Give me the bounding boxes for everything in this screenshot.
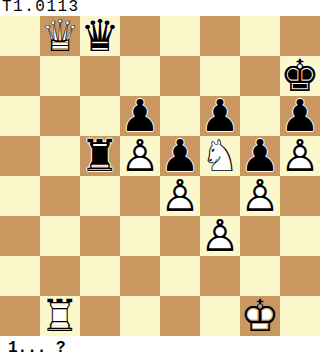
square-b1[interactable]: ♜♖ <box>40 296 80 336</box>
square-f3[interactable]: ♟♙ <box>200 216 240 256</box>
square-a8[interactable] <box>0 16 40 56</box>
square-c4[interactable] <box>80 176 120 216</box>
square-e1[interactable] <box>160 296 200 336</box>
white-king[interactable]: ♚♔ <box>240 296 280 336</box>
square-a7[interactable] <box>0 56 40 96</box>
white-pawn[interactable]: ♟♙ <box>280 136 320 176</box>
square-e8[interactable] <box>160 16 200 56</box>
black-rook[interactable]: ♜ <box>80 136 120 176</box>
square-h4[interactable] <box>280 176 320 216</box>
square-h1[interactable] <box>280 296 320 336</box>
square-a3[interactable] <box>0 216 40 256</box>
square-d4[interactable] <box>120 176 160 216</box>
white-pawn[interactable]: ♟♙ <box>160 176 200 216</box>
move-prompt: 1... ? <box>8 340 66 356</box>
square-h2[interactable] <box>280 256 320 296</box>
square-b7[interactable] <box>40 56 80 96</box>
square-d5[interactable]: ♟♙ <box>120 136 160 176</box>
square-d8[interactable] <box>120 16 160 56</box>
square-c5[interactable]: ♜ <box>80 136 120 176</box>
square-g4[interactable]: ♟♙ <box>240 176 280 216</box>
square-b8[interactable]: ♛♕ <box>40 16 80 56</box>
white-pawn-outline: ♙ <box>120 136 160 176</box>
white-knight-outline: ♘ <box>200 136 240 176</box>
white-pawn-outline: ♙ <box>240 176 280 216</box>
square-e7[interactable] <box>160 56 200 96</box>
square-b5[interactable] <box>40 136 80 176</box>
white-queen[interactable]: ♛♕ <box>40 16 80 56</box>
square-f8[interactable] <box>200 16 240 56</box>
square-c1[interactable] <box>80 296 120 336</box>
square-e4[interactable]: ♟♙ <box>160 176 200 216</box>
white-pawn-outline: ♙ <box>160 176 200 216</box>
square-d1[interactable] <box>120 296 160 336</box>
square-a5[interactable] <box>0 136 40 176</box>
square-d2[interactable] <box>120 256 160 296</box>
square-e2[interactable] <box>160 256 200 296</box>
white-pawn[interactable]: ♟♙ <box>120 136 160 176</box>
white-pawn[interactable]: ♟♙ <box>240 176 280 216</box>
chess-puzzle-page: T1.0113 ♛♕♛♚♟♟♟♜♟♙♟♞♘♟♟♙♟♙♟♙♟♙♜♖♚♔ 1... … <box>0 0 320 360</box>
square-a2[interactable] <box>0 256 40 296</box>
square-b4[interactable] <box>40 176 80 216</box>
square-g3[interactable] <box>240 216 280 256</box>
square-e3[interactable] <box>160 216 200 256</box>
white-knight[interactable]: ♞♘ <box>200 136 240 176</box>
square-c8[interactable]: ♛ <box>80 16 120 56</box>
white-pawn-outline: ♙ <box>200 216 240 256</box>
square-a1[interactable] <box>0 296 40 336</box>
square-g8[interactable] <box>240 16 280 56</box>
white-queen-outline: ♕ <box>40 16 80 56</box>
white-pawn[interactable]: ♟♙ <box>200 216 240 256</box>
square-g1[interactable]: ♚♔ <box>240 296 280 336</box>
square-c2[interactable] <box>80 256 120 296</box>
chess-board: ♛♕♛♚♟♟♟♜♟♙♟♞♘♟♟♙♟♙♟♙♟♙♜♖♚♔ <box>0 16 320 336</box>
square-f5[interactable]: ♞♘ <box>200 136 240 176</box>
square-b3[interactable] <box>40 216 80 256</box>
white-pawn-outline: ♙ <box>280 136 320 176</box>
square-f1[interactable] <box>200 296 240 336</box>
square-a6[interactable] <box>0 96 40 136</box>
square-f2[interactable] <box>200 256 240 296</box>
square-c3[interactable] <box>80 216 120 256</box>
white-rook-outline: ♖ <box>40 296 80 336</box>
square-h3[interactable] <box>280 216 320 256</box>
square-h5[interactable]: ♟♙ <box>280 136 320 176</box>
square-b6[interactable] <box>40 96 80 136</box>
square-g7[interactable] <box>240 56 280 96</box>
square-d3[interactable] <box>120 216 160 256</box>
white-king-outline: ♔ <box>240 296 280 336</box>
black-queen[interactable]: ♛ <box>80 16 120 56</box>
square-c7[interactable] <box>80 56 120 96</box>
white-rook[interactable]: ♜♖ <box>40 296 80 336</box>
square-a4[interactable] <box>0 176 40 216</box>
